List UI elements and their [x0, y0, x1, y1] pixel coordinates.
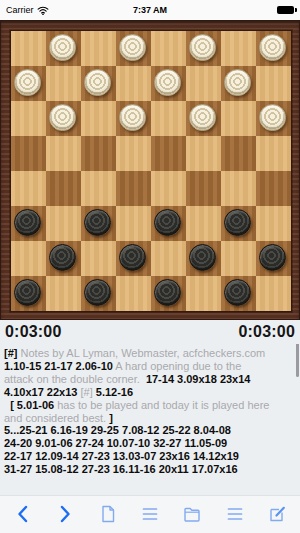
black-checker[interactable] [49, 244, 76, 271]
square-r3c7[interactable] [221, 101, 256, 136]
white-checker[interactable] [189, 34, 216, 61]
square-r4c8[interactable] [256, 136, 291, 171]
checkers-app: Carrier 7:37 AM 0:03:00 0:03:00 [#] Note… [0, 0, 300, 533]
white-checker[interactable] [259, 104, 286, 131]
square-r6c1[interactable] [11, 206, 46, 241]
square-r8c4[interactable] [116, 276, 151, 311]
notation-line: attack on the double corner. 17-14 3.09x… [4, 373, 298, 386]
moves-list-button[interactable] [137, 501, 163, 527]
square-r4c2[interactable] [46, 136, 81, 171]
square-r4c5[interactable] [151, 136, 186, 171]
battery-icon [277, 6, 294, 14]
square-r5c4[interactable] [116, 171, 151, 206]
black-checker[interactable] [119, 244, 146, 271]
square-r7c6[interactable] [186, 241, 221, 276]
square-r1c6[interactable] [186, 31, 221, 66]
document-icon [98, 504, 118, 524]
square-r8c7[interactable] [221, 276, 256, 311]
square-r4c4[interactable] [116, 136, 151, 171]
square-r3c4[interactable] [116, 101, 151, 136]
notation-line: 5...25-21 6.16-19 29-25 7.08-12 25-22 8.… [4, 424, 298, 437]
white-checker[interactable] [154, 69, 181, 96]
square-r7c8[interactable] [256, 241, 291, 276]
square-r1c7[interactable] [221, 31, 256, 66]
square-r3c5[interactable] [151, 101, 186, 136]
square-r1c3[interactable] [81, 31, 116, 66]
square-r2c4[interactable] [116, 66, 151, 101]
white-checker[interactable] [119, 34, 146, 61]
square-r5c5[interactable] [151, 171, 186, 206]
status-bar: Carrier 7:37 AM [0, 0, 300, 20]
list-icon [225, 504, 245, 524]
square-r4c3[interactable] [81, 136, 116, 171]
notation-line: and considered best. ] [4, 412, 298, 425]
square-r5c7[interactable] [221, 171, 256, 206]
notation-lines: [#] Notes by AL Lyman, Webmaster, acfche… [4, 347, 298, 476]
compose-icon [267, 504, 287, 524]
square-r8c2[interactable] [46, 276, 81, 311]
black-checker[interactable] [224, 279, 251, 306]
forward-button[interactable] [52, 501, 78, 527]
white-checker[interactable] [84, 69, 111, 96]
square-r6c6[interactable] [186, 206, 221, 241]
white-checker[interactable] [259, 34, 286, 61]
square-r3c3[interactable] [81, 101, 116, 136]
black-checker[interactable] [84, 279, 111, 306]
square-r8c3[interactable] [81, 276, 116, 311]
white-checker[interactable] [49, 104, 76, 131]
clock-time: 7:37 AM [0, 5, 300, 15]
square-r3c1[interactable] [11, 101, 46, 136]
square-r4c7[interactable] [221, 136, 256, 171]
square-r2c2[interactable] [46, 66, 81, 101]
square-r8c6[interactable] [186, 276, 221, 311]
black-checker[interactable] [84, 209, 111, 236]
square-r1c1[interactable] [11, 31, 46, 66]
square-r2c7[interactable] [221, 66, 256, 101]
notation-line: 1.10-15 21-17 2.06-10 A hard opening due… [4, 360, 298, 373]
square-r4c6[interactable] [186, 136, 221, 171]
black-checker[interactable] [154, 279, 181, 306]
black-checker[interactable] [259, 244, 286, 271]
back-button[interactable] [10, 501, 36, 527]
square-r2c5[interactable] [151, 66, 186, 101]
square-r7c1[interactable] [11, 241, 46, 276]
compose-button[interactable] [264, 501, 290, 527]
black-checker[interactable] [14, 279, 41, 306]
square-r2c6[interactable] [186, 66, 221, 101]
white-checker[interactable] [14, 69, 41, 96]
square-r7c4[interactable] [116, 241, 151, 276]
square-r5c8[interactable] [256, 171, 291, 206]
square-r5c6[interactable] [186, 171, 221, 206]
chevron-left-icon [14, 504, 32, 524]
toolbar [0, 495, 300, 533]
square-r7c7[interactable] [221, 241, 256, 276]
white-clock: 0:03:00 [5, 323, 62, 341]
scrollbar-thumb[interactable] [296, 344, 299, 377]
square-r6c5[interactable] [151, 206, 186, 241]
white-checker[interactable] [189, 104, 216, 131]
square-r6c2[interactable] [46, 206, 81, 241]
open-folder-button[interactable] [179, 501, 205, 527]
new-document-button[interactable] [95, 501, 121, 527]
square-r7c2[interactable] [46, 241, 81, 276]
square-r1c5[interactable] [151, 31, 186, 66]
square-r3c2[interactable] [46, 101, 81, 136]
square-r1c2[interactable] [46, 31, 81, 66]
list-icon [140, 504, 160, 524]
square-r7c3[interactable] [81, 241, 116, 276]
square-r5c1[interactable] [11, 171, 46, 206]
square-r6c3[interactable] [81, 206, 116, 241]
clock-row: 0:03:00 0:03:00 [0, 320, 300, 344]
white-checker[interactable] [224, 69, 251, 96]
square-r1c8[interactable] [256, 31, 291, 66]
square-r8c8[interactable] [256, 276, 291, 311]
notation-line: 24-20 9.01-06 27-24 10.07-10 32-27 11.05… [4, 437, 298, 450]
black-checker[interactable] [154, 209, 181, 236]
black-checker[interactable] [224, 209, 251, 236]
square-r1c4[interactable] [116, 31, 151, 66]
white-checker[interactable] [119, 104, 146, 131]
menu-list-button[interactable] [222, 501, 248, 527]
black-clock: 0:03:00 [238, 323, 295, 341]
white-checker[interactable] [49, 34, 76, 61]
square-r5c3[interactable] [81, 171, 116, 206]
square-r6c4[interactable] [116, 206, 151, 241]
square-r2c1[interactable] [11, 66, 46, 101]
black-checker[interactable] [189, 244, 216, 271]
notation-line: [#] Notes by AL Lyman, Webmaster, acfche… [4, 347, 298, 360]
square-r2c3[interactable] [81, 66, 116, 101]
notation-line: 22-17 12.09-14 27-23 13.03-07 23x16 14.1… [4, 450, 298, 463]
square-r4c1[interactable] [11, 136, 46, 171]
square-r5c2[interactable] [46, 171, 81, 206]
square-r8c5[interactable] [151, 276, 186, 311]
board-squares [10, 30, 292, 312]
board-frame [0, 20, 300, 320]
notation-line: 4.10x17 22x13 [#] 5.12-16 [4, 386, 298, 399]
square-r3c6[interactable] [186, 101, 221, 136]
notation-panel[interactable]: [#] Notes by AL Lyman, Webmaster, acfche… [0, 344, 300, 495]
square-r2c8[interactable] [256, 66, 291, 101]
square-r6c8[interactable] [256, 206, 291, 241]
notation-line: [ 5.01-06 has to be played and today it … [4, 399, 298, 412]
square-r7c5[interactable] [151, 241, 186, 276]
square-r8c1[interactable] [11, 276, 46, 311]
black-checker[interactable] [14, 209, 41, 236]
square-r3c8[interactable] [256, 101, 291, 136]
notation-line: 31-27 15.08-12 27-23 16.11-16 20x11 17.0… [4, 463, 298, 476]
folder-icon [182, 504, 202, 524]
chevron-right-icon [56, 504, 74, 524]
square-r6c7[interactable] [221, 206, 256, 241]
